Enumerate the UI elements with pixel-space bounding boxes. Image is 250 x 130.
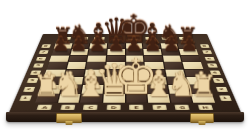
file-label-bottom-c: C — [83, 105, 98, 110]
board-front-edge — [6, 112, 244, 122]
rank-label-right-6: 6 — [204, 57, 215, 61]
black-pawn-a7: ♟ — [52, 34, 70, 54]
black-pawn-b7: ♟ — [70, 34, 88, 54]
file-label-bottom-b: B — [60, 105, 75, 110]
rank-label-left-7: 7 — [38, 50, 48, 54]
rank-label-right-1: 1 — [218, 95, 231, 101]
square-g6 — [163, 55, 182, 61]
brass-hinge-icon — [190, 113, 214, 123]
brass-hinge-icon — [56, 113, 82, 123]
file-label-bottom-d: D — [106, 105, 120, 110]
file-label-bottom-e: E — [129, 105, 143, 110]
rank-label-left-1: 1 — [19, 95, 32, 101]
rank-label-left-6: 6 — [35, 57, 46, 61]
rank-label-left-8: 8 — [41, 44, 51, 47]
square-h1: ♜ — [191, 94, 215, 103]
file-label-bottom-a: A — [37, 105, 53, 110]
square-h7: ♟ — [179, 49, 198, 55]
square-b7: ♟ — [70, 49, 88, 55]
chess-set-photo: ♜♞♝♛♚♝♞♜♟♟♟♟♟♟♟♟♟♟♟♟♟♟♟♟♜♞♝♛♚♝♞♜ AABBCCD… — [0, 0, 250, 130]
rank-label-right-7: 7 — [202, 50, 212, 54]
file-label-bottom-g: G — [175, 105, 190, 110]
square-h6 — [181, 55, 201, 61]
square-g1: ♞ — [170, 94, 193, 103]
board-squares: ♜♞♝♛♚♝♞♜♟♟♟♟♟♟♟♟♟♟♟♟♟♟♟♟♜♞♝♛♚♝♞♜ — [35, 43, 215, 103]
file-label-bottom-f: F — [152, 105, 167, 110]
square-a6 — [49, 55, 69, 61]
file-label-bottom-h: H — [198, 105, 214, 110]
rank-label-right-8: 8 — [199, 44, 209, 47]
black-pawn-c7: ♟ — [88, 34, 106, 54]
black-pawn-g7: ♟ — [162, 34, 180, 54]
square-g7: ♟ — [161, 49, 179, 55]
white-rook-h1: ♜ — [191, 72, 218, 102]
chess-board: ♜♞♝♛♚♝♞♜♟♟♟♟♟♟♟♟♟♟♟♟♟♟♟♟♜♞♝♛♚♝♞♜ AABBCCD… — [8, 34, 241, 114]
square-a7: ♟ — [52, 49, 71, 55]
black-pawn-h7: ♟ — [181, 34, 199, 54]
square-b6 — [68, 55, 87, 61]
